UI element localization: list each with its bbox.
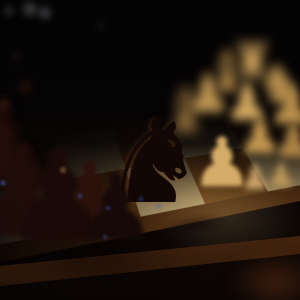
chess-photo-scene: ♞♟♟♟♟♟♝♜♞♝♟♟♟♟♟♟♟♟	[0, 0, 300, 300]
black-pawn-4[interactable]: ♟	[76, 163, 157, 253]
warm-haze	[228, 252, 300, 300]
white-pawn-8[interactable]: ♟	[267, 159, 296, 191]
white-pawn-7[interactable]: ♟	[240, 160, 270, 194]
